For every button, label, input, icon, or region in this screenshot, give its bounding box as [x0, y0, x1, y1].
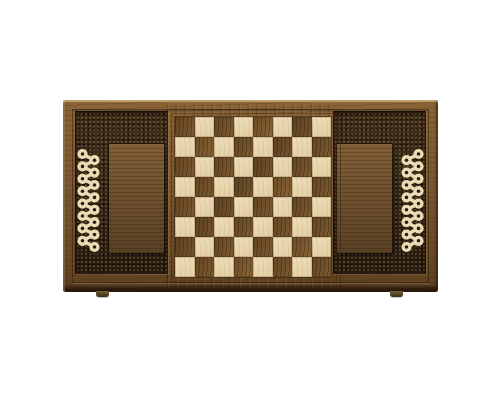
right-side-panel: [333, 111, 426, 274]
square-h7: [312, 137, 332, 157]
hinge-foot-right: [390, 291, 403, 297]
square-b4: [195, 197, 215, 217]
square-a7: [175, 137, 195, 157]
square-f4: [273, 197, 293, 217]
square-b2: [195, 237, 215, 257]
square-h2: [312, 237, 332, 257]
knot-ornament-left-icon: [74, 148, 103, 253]
left-inset-panel: [109, 144, 164, 253]
backgammon-chess-case: [63, 100, 438, 292]
square-a8: [175, 117, 195, 137]
square-b3: [195, 217, 215, 237]
chessboard: [175, 117, 331, 277]
square-a6: [175, 157, 195, 177]
case-bottom-edge: [65, 284, 436, 292]
square-f6: [273, 157, 293, 177]
square-h5: [312, 177, 332, 197]
square-d3: [234, 217, 254, 237]
square-c7: [214, 137, 234, 157]
square-h3: [312, 217, 332, 237]
square-e5: [253, 177, 273, 197]
right-inset-panel: [337, 144, 392, 253]
square-e2: [253, 237, 273, 257]
square-e1: [253, 257, 273, 277]
knot-ornament-right-icon: [398, 148, 427, 253]
left-side-panel: [75, 111, 168, 274]
square-g6: [292, 157, 312, 177]
square-g8: [292, 117, 312, 137]
square-g2: [292, 237, 312, 257]
square-d2: [234, 237, 254, 257]
square-a4: [175, 197, 195, 217]
hinge-foot-left: [96, 291, 109, 297]
square-b1: [195, 257, 215, 277]
square-a3: [175, 217, 195, 237]
square-b8: [195, 117, 215, 137]
square-d5: [234, 177, 254, 197]
square-f2: [273, 237, 293, 257]
square-a5: [175, 177, 195, 197]
square-g4: [292, 197, 312, 217]
square-f7: [273, 137, 293, 157]
square-h8: [312, 117, 332, 137]
square-c5: [214, 177, 234, 197]
square-c6: [214, 157, 234, 177]
square-c4: [214, 197, 234, 217]
square-g3: [292, 217, 312, 237]
square-b6: [195, 157, 215, 177]
square-d6: [234, 157, 254, 177]
square-e6: [253, 157, 273, 177]
square-e4: [253, 197, 273, 217]
square-f3: [273, 217, 293, 237]
square-f8: [273, 117, 293, 137]
square-c1: [214, 257, 234, 277]
square-f1: [273, 257, 293, 277]
square-g1: [292, 257, 312, 277]
square-c3: [214, 217, 234, 237]
square-h6: [312, 157, 332, 177]
square-d1: [234, 257, 254, 277]
square-a1: [175, 257, 195, 277]
square-g7: [292, 137, 312, 157]
square-b7: [195, 137, 215, 157]
square-d8: [234, 117, 254, 137]
square-a2: [175, 237, 195, 257]
square-e3: [253, 217, 273, 237]
square-f5: [273, 177, 293, 197]
square-h1: [312, 257, 332, 277]
square-d7: [234, 137, 254, 157]
square-b5: [195, 177, 215, 197]
square-e7: [253, 137, 273, 157]
square-c2: [214, 237, 234, 257]
product-photo: [0, 0, 500, 400]
square-d4: [234, 197, 254, 217]
square-h4: [312, 197, 332, 217]
square-e8: [253, 117, 273, 137]
square-g5: [292, 177, 312, 197]
square-c8: [214, 117, 234, 137]
